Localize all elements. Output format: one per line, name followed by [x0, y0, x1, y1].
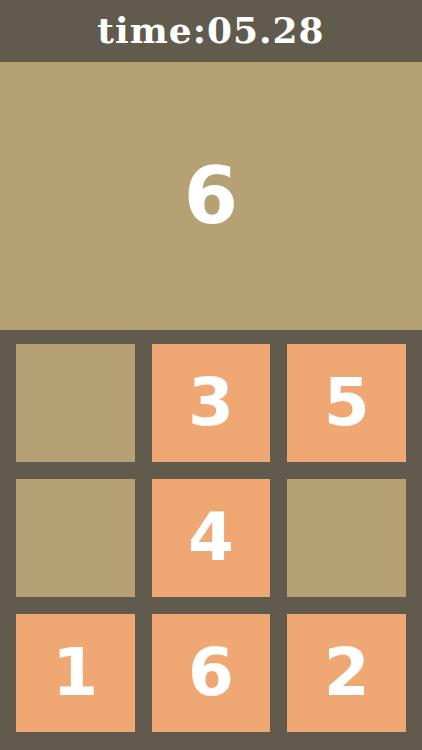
grid-cell-r2c1[interactable]: 6 [152, 614, 271, 732]
app-root: time:05.28 6 3 5 4 1 6 2 [0, 0, 422, 750]
grid-cell-r2c0[interactable]: 1 [16, 614, 135, 732]
target-number-panel: 6 [0, 62, 422, 330]
grid-cell-r2c2[interactable]: 2 [287, 614, 406, 732]
game-board: 3 5 4 1 6 2 [16, 344, 406, 732]
grid-cell-r0c1[interactable]: 3 [152, 344, 271, 462]
grid-cell-r1c2[interactable] [287, 479, 406, 597]
grid-cell-r1c1[interactable]: 4 [152, 479, 271, 597]
grid-cell-r0c2[interactable]: 5 [287, 344, 406, 462]
grid-cell-r0c0[interactable] [16, 344, 135, 462]
target-number: 6 [184, 157, 238, 235]
timer-text: time:05.28 [97, 12, 324, 50]
grid-cell-r1c0[interactable] [16, 479, 135, 597]
timer-bar: time:05.28 [0, 0, 422, 62]
